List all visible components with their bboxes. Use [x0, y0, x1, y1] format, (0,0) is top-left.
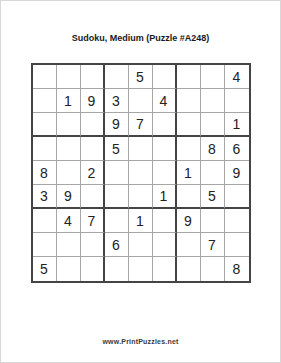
cell-r2c8 [201, 89, 225, 113]
cell-r8c1 [33, 233, 57, 257]
cell-r2c5 [129, 89, 153, 113]
cell-r1c2 [57, 65, 81, 89]
cell-r1c6 [153, 65, 177, 89]
cell-r2c3: 9 [81, 89, 105, 113]
cell-r9c2 [57, 257, 81, 281]
cell-r3c5: 7 [129, 113, 153, 137]
cell-r7c2: 4 [57, 209, 81, 233]
cell-r8c3 [81, 233, 105, 257]
cell-r8c2 [57, 233, 81, 257]
board-wrap: 5419349715868219391547196758 [1, 63, 280, 283]
cell-r1c1 [33, 65, 57, 89]
cell-r6c3 [81, 185, 105, 209]
cell-r1c9: 4 [225, 65, 249, 89]
cell-r9c9: 8 [225, 257, 249, 281]
cell-r4c7 [177, 137, 201, 161]
cell-r9c3 [81, 257, 105, 281]
cell-r9c8 [201, 257, 225, 281]
cell-r5c9: 9 [225, 161, 249, 185]
cell-r8c9 [225, 233, 249, 257]
cell-r1c4 [105, 65, 129, 89]
cell-r7c4 [105, 209, 129, 233]
cell-r5c6 [153, 161, 177, 185]
cell-r5c3: 2 [81, 161, 105, 185]
cell-r9c5 [129, 257, 153, 281]
cell-r5c8 [201, 161, 225, 185]
cell-r3c9: 1 [225, 113, 249, 137]
cell-r7c9 [225, 209, 249, 233]
cell-r1c7 [177, 65, 201, 89]
cell-r9c1: 5 [33, 257, 57, 281]
cell-r8c7 [177, 233, 201, 257]
cell-r2c2: 1 [57, 89, 81, 113]
cell-r8c8: 7 [201, 233, 225, 257]
cell-r6c7 [177, 185, 201, 209]
cell-r6c4 [105, 185, 129, 209]
cell-r6c2: 9 [57, 185, 81, 209]
cell-r9c4 [105, 257, 129, 281]
cell-r2c9 [225, 89, 249, 113]
cell-r4c5 [129, 137, 153, 161]
cell-r5c7: 1 [177, 161, 201, 185]
cell-r4c4: 5 [105, 137, 129, 161]
cell-r3c8 [201, 113, 225, 137]
cell-r5c5 [129, 161, 153, 185]
cell-r5c2 [57, 161, 81, 185]
cell-r8c6 [153, 233, 177, 257]
cell-r9c7 [177, 257, 201, 281]
cell-r3c7 [177, 113, 201, 137]
cell-r5c1: 8 [33, 161, 57, 185]
cell-r5c4 [105, 161, 129, 185]
cell-r7c6 [153, 209, 177, 233]
cell-r6c6: 1 [153, 185, 177, 209]
cell-r7c3: 7 [81, 209, 105, 233]
cell-r3c1 [33, 113, 57, 137]
cell-r8c4: 6 [105, 233, 129, 257]
cell-r4c9: 6 [225, 137, 249, 161]
cell-r3c4: 9 [105, 113, 129, 137]
cell-r7c8 [201, 209, 225, 233]
cell-r2c6: 4 [153, 89, 177, 113]
puzzle-title: Sudoku, Medium (Puzzle #A248) [1, 33, 280, 44]
sudoku-board: 5419349715868219391547196758 [31, 63, 251, 283]
cell-r7c7: 9 [177, 209, 201, 233]
cell-r1c3 [81, 65, 105, 89]
cell-r3c3 [81, 113, 105, 137]
cell-r6c8: 5 [201, 185, 225, 209]
cell-r8c5 [129, 233, 153, 257]
cell-r3c2 [57, 113, 81, 137]
cell-r2c7 [177, 89, 201, 113]
cell-r7c5: 1 [129, 209, 153, 233]
source-url: www.PrintPuzzles.net [1, 338, 280, 345]
cell-r7c1 [33, 209, 57, 233]
puzzle-page: Sudoku, Medium (Puzzle #A248) 5419349715… [0, 0, 281, 363]
cell-r3c6 [153, 113, 177, 137]
cell-r1c8 [201, 65, 225, 89]
cell-r6c5 [129, 185, 153, 209]
cell-r4c3 [81, 137, 105, 161]
cell-r6c9 [225, 185, 249, 209]
cell-r4c6 [153, 137, 177, 161]
cell-r9c6 [153, 257, 177, 281]
cell-r1c5: 5 [129, 65, 153, 89]
cell-r2c1 [33, 89, 57, 113]
cell-r2c4: 3 [105, 89, 129, 113]
cell-r4c8: 8 [201, 137, 225, 161]
cell-r4c2 [57, 137, 81, 161]
cell-r4c1 [33, 137, 57, 161]
cell-r6c1: 3 [33, 185, 57, 209]
